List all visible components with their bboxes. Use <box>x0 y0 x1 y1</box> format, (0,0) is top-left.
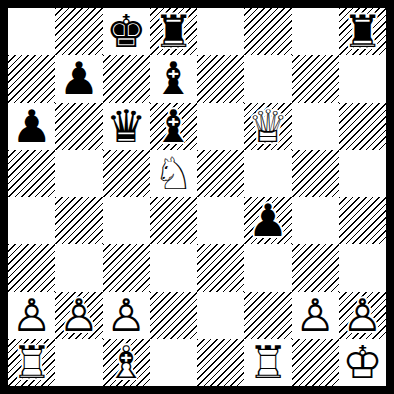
square-h7[interactable] <box>339 55 386 102</box>
black-bishop-d6: ♝ <box>150 103 197 150</box>
piece-halo: ♜ <box>339 8 386 55</box>
square-f6[interactable]: ♛♕ <box>244 103 291 150</box>
white-pawn-a2: ♙ <box>8 292 55 339</box>
square-f4[interactable]: ♟♟ <box>244 197 291 244</box>
square-g8[interactable] <box>292 8 339 55</box>
piece-halo: ♛ <box>103 103 150 150</box>
black-pawn-b7: ♟ <box>55 55 102 102</box>
square-g7[interactable] <box>292 55 339 102</box>
piece-halo: ♟ <box>55 292 102 339</box>
white-pawn-b2: ♙ <box>55 292 102 339</box>
square-f5[interactable] <box>244 150 291 197</box>
square-e1[interactable] <box>197 339 244 386</box>
piece-halo: ♜ <box>8 339 55 386</box>
square-b3[interactable] <box>55 244 102 291</box>
square-b4[interactable] <box>55 197 102 244</box>
black-queen-c6: ♛ <box>103 103 150 150</box>
piece-halo: ♟ <box>244 197 291 244</box>
square-a1[interactable]: ♜♖ <box>8 339 55 386</box>
piece-halo: ♝ <box>150 55 197 102</box>
square-g5[interactable] <box>292 150 339 197</box>
white-pawn-c2: ♙ <box>103 292 150 339</box>
white-knight-d5: ♘ <box>150 150 197 197</box>
square-e7[interactable] <box>197 55 244 102</box>
piece-halo: ♟ <box>55 55 102 102</box>
white-king-h1: ♔ <box>339 339 386 386</box>
square-d6[interactable]: ♝♝ <box>150 103 197 150</box>
piece-halo: ♟ <box>103 292 150 339</box>
piece-halo: ♚ <box>103 8 150 55</box>
square-a3[interactable] <box>8 244 55 291</box>
white-queen-f6: ♕ <box>244 103 291 150</box>
square-f7[interactable] <box>244 55 291 102</box>
square-g4[interactable] <box>292 197 339 244</box>
square-b1[interactable] <box>55 339 102 386</box>
square-f8[interactable] <box>244 8 291 55</box>
white-bishop-c1: ♗ <box>103 339 150 386</box>
square-h6[interactable] <box>339 103 386 150</box>
square-c6[interactable]: ♛♛ <box>103 103 150 150</box>
square-a6[interactable]: ♟♟ <box>8 103 55 150</box>
black-pawn-a6: ♟ <box>8 103 55 150</box>
square-c1[interactable]: ♝♗ <box>103 339 150 386</box>
square-b5[interactable] <box>55 150 102 197</box>
square-e6[interactable] <box>197 103 244 150</box>
square-d4[interactable] <box>150 197 197 244</box>
square-a4[interactable] <box>8 197 55 244</box>
square-h4[interactable] <box>339 197 386 244</box>
square-c3[interactable] <box>103 244 150 291</box>
black-bishop-d7: ♝ <box>150 55 197 102</box>
white-rook-a1: ♖ <box>8 339 55 386</box>
square-g2[interactable]: ♟♙ <box>292 292 339 339</box>
square-h5[interactable] <box>339 150 386 197</box>
square-d5[interactable]: ♞♘ <box>150 150 197 197</box>
square-f2[interactable] <box>244 292 291 339</box>
square-g3[interactable] <box>292 244 339 291</box>
square-e4[interactable] <box>197 197 244 244</box>
square-c4[interactable] <box>103 197 150 244</box>
square-g6[interactable] <box>292 103 339 150</box>
piece-halo: ♛ <box>244 103 291 150</box>
square-f1[interactable]: ♜♖ <box>244 339 291 386</box>
square-c5[interactable] <box>103 150 150 197</box>
piece-halo: ♚ <box>339 339 386 386</box>
square-d7[interactable]: ♝♝ <box>150 55 197 102</box>
square-c2[interactable]: ♟♙ <box>103 292 150 339</box>
square-d1[interactable] <box>150 339 197 386</box>
square-b2[interactable]: ♟♙ <box>55 292 102 339</box>
white-rook-f1: ♖ <box>244 339 291 386</box>
piece-halo: ♟ <box>8 292 55 339</box>
square-d2[interactable] <box>150 292 197 339</box>
piece-halo: ♞ <box>150 150 197 197</box>
square-d3[interactable] <box>150 244 197 291</box>
square-b7[interactable]: ♟♟ <box>55 55 102 102</box>
piece-halo: ♟ <box>8 103 55 150</box>
square-g1[interactable] <box>292 339 339 386</box>
black-king-c8: ♚ <box>103 8 150 55</box>
square-h1[interactable]: ♚♔ <box>339 339 386 386</box>
square-c8[interactable]: ♚♚ <box>103 8 150 55</box>
black-rook-h8: ♜ <box>339 8 386 55</box>
square-f3[interactable] <box>244 244 291 291</box>
square-a5[interactable] <box>8 150 55 197</box>
square-a7[interactable] <box>8 55 55 102</box>
square-h3[interactable] <box>339 244 386 291</box>
square-b6[interactable] <box>55 103 102 150</box>
white-pawn-h2: ♙ <box>339 292 386 339</box>
square-a8[interactable] <box>8 8 55 55</box>
square-d8[interactable]: ♜♜ <box>150 8 197 55</box>
piece-halo: ♝ <box>103 339 150 386</box>
chess-board: ♚♚♜♜♜♜♟♟♝♝♟♟♛♛♝♝♛♕♞♘♟♟♟♙♟♙♟♙♟♙♟♙♜♖♝♗♜♖♚♔ <box>8 8 386 386</box>
square-e3[interactable] <box>197 244 244 291</box>
white-pawn-g2: ♙ <box>292 292 339 339</box>
board-frame: ♚♚♜♜♜♜♟♟♝♝♟♟♛♛♝♝♛♕♞♘♟♟♟♙♟♙♟♙♟♙♟♙♜♖♝♗♜♖♚♔ <box>0 0 394 394</box>
square-h2[interactable]: ♟♙ <box>339 292 386 339</box>
piece-halo: ♜ <box>244 339 291 386</box>
black-pawn-f4: ♟ <box>244 197 291 244</box>
square-b8[interactable] <box>55 8 102 55</box>
piece-halo: ♜ <box>150 8 197 55</box>
square-h8[interactable]: ♜♜ <box>339 8 386 55</box>
square-e2[interactable] <box>197 292 244 339</box>
piece-halo: ♟ <box>292 292 339 339</box>
square-a2[interactable]: ♟♙ <box>8 292 55 339</box>
square-e8[interactable] <box>197 8 244 55</box>
piece-halo: ♟ <box>339 292 386 339</box>
black-rook-d8: ♜ <box>150 8 197 55</box>
square-e5[interactable] <box>197 150 244 197</box>
square-c7[interactable] <box>103 55 150 102</box>
piece-halo: ♝ <box>150 103 197 150</box>
